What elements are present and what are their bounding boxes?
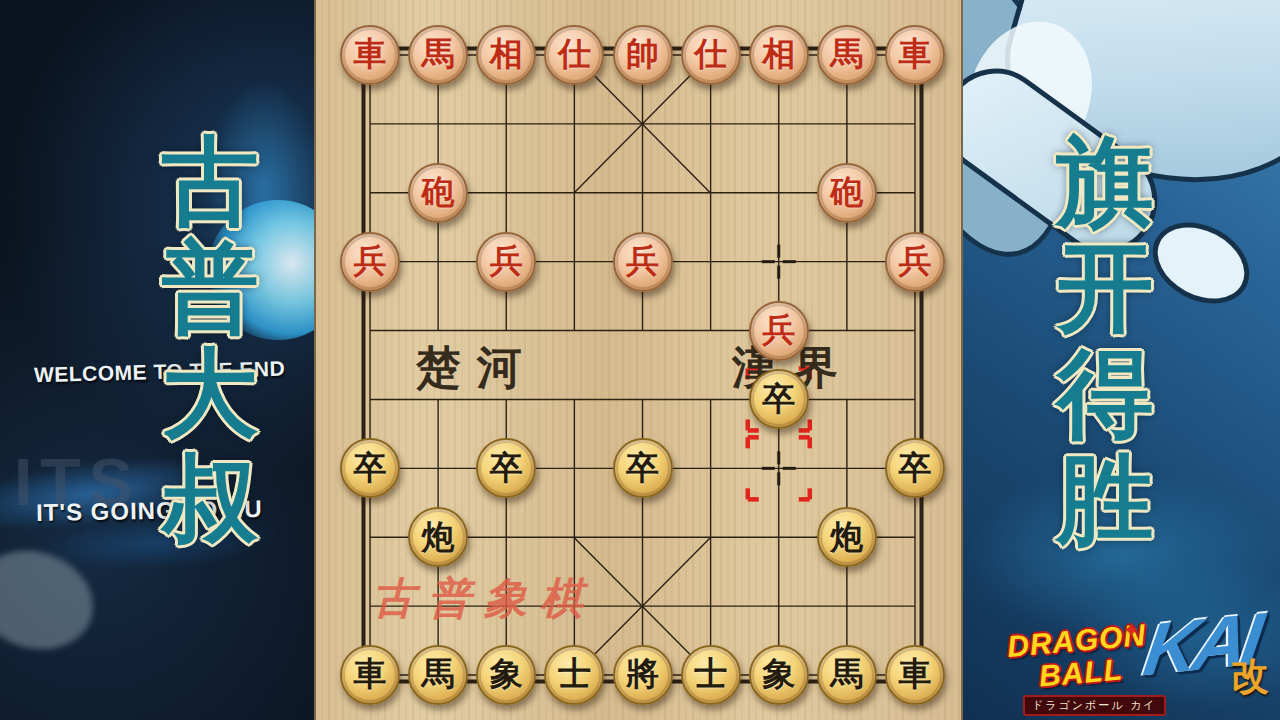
board-point[interactable]	[677, 434, 745, 503]
piece-char: 炮	[422, 515, 455, 560]
board-point[interactable]: 砲	[813, 158, 881, 227]
piece-char: 砲	[830, 170, 863, 215]
piece-black[interactable]: 象	[749, 645, 809, 705]
screenshot-stage: ITS WELCOME TO THE END IT'S GOING TO HU …	[0, 0, 1280, 720]
board-point[interactable]: 炮	[813, 503, 881, 572]
board-point[interactable]: 士	[677, 641, 745, 710]
piece-char: 砲	[422, 170, 455, 215]
board-point[interactable]	[881, 158, 949, 227]
piece-black[interactable]: 士	[544, 645, 604, 705]
piece-char: 卒	[899, 446, 932, 491]
board-point[interactable]: 士	[540, 641, 608, 710]
board-point[interactable]	[609, 572, 677, 641]
board-point[interactable]: 卒	[472, 434, 540, 503]
piece-black[interactable]: 馬	[817, 645, 877, 705]
board-point[interactable]	[540, 158, 608, 227]
piece-char: 馬	[422, 32, 455, 77]
board-point[interactable]	[336, 296, 404, 365]
board-point[interactable]	[677, 227, 745, 296]
board-point[interactable]: 馬	[813, 641, 881, 710]
piece-black[interactable]: 將	[613, 645, 673, 705]
xiangqi-board: 楚河 漢界 古普象棋 車馬相仕帥仕相馬車砲砲兵兵兵兵兵卒卒卒卒卒炮炮車馬象士將士…	[314, 0, 963, 720]
board-point[interactable]: 炮	[404, 503, 472, 572]
piece-char: 卒	[354, 446, 387, 491]
board-point[interactable]	[745, 503, 813, 572]
board-point[interactable]	[472, 296, 540, 365]
board-point[interactable]: 馬	[813, 21, 881, 90]
piece-char: 相	[490, 32, 523, 77]
board-point[interactable]	[813, 572, 881, 641]
piece-char: 炮	[830, 515, 863, 560]
board-point[interactable]	[609, 296, 677, 365]
board-point[interactable]: 將	[609, 641, 677, 710]
board-point[interactable]: 相	[745, 21, 813, 90]
board-point[interactable]	[745, 89, 813, 158]
left-vertical-title: 古普大叔	[150, 128, 270, 552]
piece-char: 帥	[626, 32, 659, 77]
board-point[interactable]: 相	[472, 21, 540, 90]
board-point[interactable]	[540, 503, 608, 572]
board-point[interactable]	[813, 296, 881, 365]
piece-red[interactable]: 馬	[817, 25, 877, 85]
board-point[interactable]	[540, 572, 608, 641]
board-point[interactable]	[472, 572, 540, 641]
logo-katakana: ドラゴンボール カイ	[1023, 695, 1166, 716]
board-point[interactable]: 卒	[745, 365, 813, 434]
board-point[interactable]	[813, 227, 881, 296]
board-point[interactable]	[609, 503, 677, 572]
board-point[interactable]	[881, 503, 949, 572]
piece-red[interactable]: 車	[340, 25, 400, 85]
board-point[interactable]	[540, 227, 608, 296]
board-point[interactable]	[745, 572, 813, 641]
board-point[interactable]	[472, 158, 540, 227]
piece-red[interactable]: 仕	[544, 25, 604, 85]
board-point[interactable]: 卒	[609, 434, 677, 503]
piece-char: 車	[899, 32, 932, 77]
piece-char: 卒	[626, 446, 659, 491]
right-vertical-title: 旗开得胜	[1045, 128, 1165, 552]
piece-char: 兵	[490, 239, 523, 284]
piece-red[interactable]: 兵	[476, 232, 536, 292]
board-point[interactable]: 兵	[472, 227, 540, 296]
board-point[interactable]: 兵	[609, 227, 677, 296]
board-point[interactable]: 象	[745, 641, 813, 710]
piece-char: 馬	[830, 652, 863, 697]
board-point[interactable]: 兵	[881, 227, 949, 296]
piece-char: 相	[762, 32, 795, 77]
board-point[interactable]	[540, 89, 608, 158]
board-point[interactable]	[336, 503, 404, 572]
board-point[interactable]	[472, 89, 540, 158]
board-point[interactable]	[472, 365, 540, 434]
board-point[interactable]	[609, 89, 677, 158]
board-point[interactable]: 馬	[404, 641, 472, 710]
piece-char: 兵	[626, 239, 659, 284]
board-point[interactable]	[745, 227, 813, 296]
board-point[interactable]	[540, 296, 608, 365]
left-panel: ITS WELCOME TO THE END IT'S GOING TO HU …	[0, 0, 314, 720]
board-point[interactable]	[336, 572, 404, 641]
board-point[interactable]: 卒	[881, 434, 949, 503]
board-point[interactable]: 帥	[609, 21, 677, 90]
board-point[interactable]	[677, 572, 745, 641]
board-point[interactable]	[881, 296, 949, 365]
piece-char: 車	[899, 652, 932, 697]
board-point[interactable]: 仕	[540, 21, 608, 90]
board-point[interactable]	[540, 434, 608, 503]
piece-red[interactable]: 仕	[681, 25, 741, 85]
piece-red[interactable]: 帥	[613, 25, 673, 85]
piece-black[interactable]: 卒	[476, 438, 536, 498]
piece-red[interactable]: 相	[749, 25, 809, 85]
piece-black[interactable]: 卒	[749, 369, 809, 429]
logo-line-ball: BALL	[1038, 652, 1125, 693]
board-point[interactable]	[609, 365, 677, 434]
piece-char: 兵	[899, 239, 932, 284]
piece-red[interactable]: 兵	[613, 232, 673, 292]
piece-red[interactable]: 砲	[817, 163, 877, 223]
board-point[interactable]	[813, 434, 881, 503]
piece-black[interactable]: 象	[476, 645, 536, 705]
board-point[interactable]: 砲	[404, 158, 472, 227]
board-point[interactable]	[677, 158, 745, 227]
board-point[interactable]: 馬	[404, 21, 472, 90]
piece-char: 將	[626, 652, 659, 697]
board-point[interactable]	[881, 572, 949, 641]
board-point[interactable]	[540, 365, 608, 434]
piece-char: 象	[762, 652, 795, 697]
logo-kanji: 改	[1231, 651, 1269, 702]
piece-char: 兵	[762, 308, 795, 353]
board-point[interactable]	[404, 572, 472, 641]
piece-black[interactable]: 炮	[408, 507, 468, 567]
board-point[interactable]	[472, 503, 540, 572]
board-point[interactable]	[813, 89, 881, 158]
board-point[interactable]	[745, 434, 813, 503]
board-point[interactable]	[336, 89, 404, 158]
board-point[interactable]: 車	[881, 21, 949, 90]
board-point[interactable]	[881, 365, 949, 434]
board-point[interactable]: 車	[881, 641, 949, 710]
board-point[interactable]: 象	[472, 641, 540, 710]
piece-red[interactable]: 兵	[340, 232, 400, 292]
piece-char: 仕	[694, 32, 727, 77]
board-point[interactable]: 卒	[336, 434, 404, 503]
piece-black[interactable]: 士	[681, 645, 741, 705]
piece-black[interactable]: 炮	[817, 507, 877, 567]
piece-char: 仕	[558, 32, 591, 77]
right-panel: 旗开得胜 KAI DRAGON ✦ BALL 改 ドラゴンボール カイ	[963, 0, 1280, 720]
board-point[interactable]	[745, 158, 813, 227]
board-point[interactable]	[677, 89, 745, 158]
piece-red[interactable]: 兵	[749, 301, 809, 361]
board-point[interactable]	[404, 365, 472, 434]
board-point[interactable]: 兵	[336, 227, 404, 296]
board-point[interactable]	[677, 296, 745, 365]
piece-red[interactable]: 馬	[408, 25, 468, 85]
board-point[interactable]	[404, 296, 472, 365]
piece-red[interactable]: 相	[476, 25, 536, 85]
piece-red[interactable]: 砲	[408, 163, 468, 223]
piece-black[interactable]: 馬	[408, 645, 468, 705]
piece-black[interactable]: 卒	[613, 438, 673, 498]
piece-char: 兵	[354, 239, 387, 284]
piece-char: 士	[558, 652, 591, 697]
piece-char: 馬	[830, 32, 863, 77]
board-point[interactable]	[404, 89, 472, 158]
board-point[interactable]	[881, 89, 949, 158]
board-point[interactable]: 仕	[677, 21, 745, 90]
piece-char: 車	[354, 652, 387, 697]
board-point[interactable]	[677, 365, 745, 434]
pale-swoosh-art	[0, 536, 106, 664]
piece-char: 象	[490, 652, 523, 697]
piece-black[interactable]: 車	[340, 645, 400, 705]
board-point[interactable]	[813, 365, 881, 434]
star-icon: ✦	[1123, 618, 1140, 642]
piece-char: 卒	[490, 446, 523, 491]
board-point[interactable]	[677, 503, 745, 572]
piece-char: 士	[694, 652, 727, 697]
board-point[interactable]	[336, 158, 404, 227]
piece-red[interactable]: 車	[885, 25, 945, 85]
piece-red[interactable]: 兵	[885, 232, 945, 292]
piece-char: 馬	[422, 652, 455, 697]
board-point[interactable]	[404, 227, 472, 296]
board-point[interactable]: 車	[336, 21, 404, 90]
piece-char: 車	[354, 32, 387, 77]
piece-black[interactable]: 車	[885, 645, 945, 705]
board-grid: 車馬相仕帥仕相馬車砲砲兵兵兵兵兵卒卒卒卒卒炮炮車馬象士將士象馬車	[336, 21, 949, 710]
piece-black[interactable]: 卒	[340, 438, 400, 498]
piece-black[interactable]: 卒	[885, 438, 945, 498]
piece-char: 卒	[762, 377, 795, 422]
dragon-ball-kai-logo: KAI DRAGON ✦ BALL 改 ドラゴンボール カイ	[1005, 616, 1263, 716]
board-point[interactable]: 車	[336, 641, 404, 710]
board-point[interactable]	[336, 365, 404, 434]
board-point[interactable]: 兵	[745, 296, 813, 365]
board-point[interactable]	[404, 434, 472, 503]
board-point[interactable]	[609, 158, 677, 227]
